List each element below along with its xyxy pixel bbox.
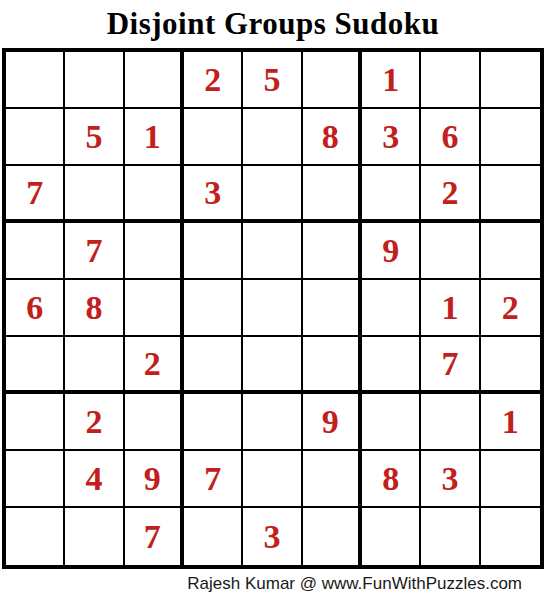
cell-r9c8-empty[interactable] [421,508,480,565]
cell-r2c4-empty[interactable] [184,109,243,166]
cell-r4c7-given: 9 [362,223,421,280]
cell-r1c6-empty[interactable] [303,52,362,109]
cell-r2c3-given: 1 [125,109,184,166]
cell-r4c1-empty[interactable] [6,223,65,280]
cell-r6c7-empty[interactable] [362,337,421,394]
cell-r6c4-empty[interactable] [184,337,243,394]
cell-r8c4-given: 7 [184,451,243,508]
cell-r7c8-empty[interactable] [421,394,480,451]
cell-r6c1-empty[interactable] [6,337,65,394]
cell-r2c5-empty[interactable] [243,109,302,166]
cell-r4c4-empty[interactable] [184,223,243,280]
cell-r2c2-given: 5 [65,109,124,166]
cell-r6c6-empty[interactable] [303,337,362,394]
cell-r8c3-given: 9 [125,451,184,508]
cell-r7c7-empty[interactable] [362,394,421,451]
cell-r6c5-empty[interactable] [243,337,302,394]
cell-r4c5-empty[interactable] [243,223,302,280]
cell-r2c6-given: 8 [303,109,362,166]
cell-r4c8-empty[interactable] [421,223,480,280]
cell-r1c3-empty[interactable] [125,52,184,109]
footer-credit: Rajesh Kumar @ www.FunWithPuzzles.com [0,569,546,599]
sudoku-grid: 25151836732796812272914978373 [2,48,544,569]
cell-r9c4-empty[interactable] [184,508,243,565]
cell-r5c7-empty[interactable] [362,280,421,337]
cell-r9c3-given: 7 [125,508,184,565]
cell-r1c5-given: 5 [243,52,302,109]
cell-r4c2-given: 7 [65,223,124,280]
cell-r9c1-empty[interactable] [6,508,65,565]
cell-r9c7-empty[interactable] [362,508,421,565]
cell-r5c5-empty[interactable] [243,280,302,337]
cell-r3c4-given: 3 [184,166,243,223]
cell-r4c3-empty[interactable] [125,223,184,280]
cell-r4c6-empty[interactable] [303,223,362,280]
cell-r8c8-given: 3 [421,451,480,508]
cell-r2c1-empty[interactable] [6,109,65,166]
cell-r8c1-empty[interactable] [6,451,65,508]
cell-r3c2-empty[interactable] [65,166,124,223]
cell-r3c3-empty[interactable] [125,166,184,223]
cell-r6c2-empty[interactable] [65,337,124,394]
cell-r1c4-given: 2 [184,52,243,109]
cell-r7c5-empty[interactable] [243,394,302,451]
cell-r2c8-given: 6 [421,109,480,166]
cell-r8c7-given: 8 [362,451,421,508]
cell-r9c9-empty[interactable] [481,508,540,565]
cell-r1c9-empty[interactable] [481,52,540,109]
cell-r7c1-empty[interactable] [6,394,65,451]
cell-r1c8-empty[interactable] [421,52,480,109]
cell-r1c1-empty[interactable] [6,52,65,109]
cell-r3c5-empty[interactable] [243,166,302,223]
cell-r5c4-empty[interactable] [184,280,243,337]
cell-r1c7-given: 1 [362,52,421,109]
cell-r3c1-given: 7 [6,166,65,223]
cell-r7c3-empty[interactable] [125,394,184,451]
cell-r3c9-empty[interactable] [481,166,540,223]
cell-r3c8-given: 2 [421,166,480,223]
cell-r7c9-given: 1 [481,394,540,451]
cell-r1c2-empty[interactable] [65,52,124,109]
cell-r5c6-empty[interactable] [303,280,362,337]
cell-r6c9-empty[interactable] [481,337,540,394]
cell-r5c9-given: 2 [481,280,540,337]
cell-r6c8-given: 7 [421,337,480,394]
cell-r8c6-empty[interactable] [303,451,362,508]
cell-r2c7-given: 3 [362,109,421,166]
cell-r3c6-empty[interactable] [303,166,362,223]
cell-r6c3-given: 2 [125,337,184,394]
cell-r9c6-empty[interactable] [303,508,362,565]
cell-r5c1-given: 6 [6,280,65,337]
cell-r3c7-empty[interactable] [362,166,421,223]
cell-r5c3-empty[interactable] [125,280,184,337]
cell-r5c8-given: 1 [421,280,480,337]
cell-r8c5-empty[interactable] [243,451,302,508]
cell-r7c4-empty[interactable] [184,394,243,451]
cell-r9c2-empty[interactable] [65,508,124,565]
cell-r5c2-given: 8 [65,280,124,337]
cell-r8c9-empty[interactable] [481,451,540,508]
puzzle-page: Disjoint Groups Sudoku 25151836732796812… [0,0,546,603]
cell-r4c9-empty[interactable] [481,223,540,280]
cell-r9c5-given: 3 [243,508,302,565]
cell-r2c9-empty[interactable] [481,109,540,166]
cell-r8c2-given: 4 [65,451,124,508]
cell-r7c2-given: 2 [65,394,124,451]
cell-r7c6-given: 9 [303,394,362,451]
page-title: Disjoint Groups Sudoku [0,0,546,48]
